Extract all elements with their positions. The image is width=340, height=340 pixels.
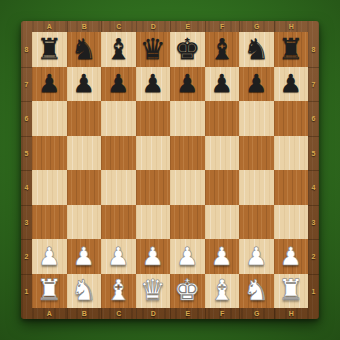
- white-pawn[interactable]: ♟: [38, 244, 60, 269]
- square-e8[interactable]: ♚: [170, 32, 205, 67]
- square-c2[interactable]: ♟: [101, 239, 136, 274]
- square-a2[interactable]: ♟: [32, 239, 67, 274]
- black-pawn[interactable]: ♟: [211, 71, 233, 96]
- black-pawn[interactable]: ♟: [73, 71, 95, 96]
- chess-board: ABCDEFGH ABCDEFGH 87654321 87654321 ♜♞♝♛…: [21, 21, 319, 319]
- white-knight[interactable]: ♞: [243, 276, 269, 305]
- square-h7[interactable]: ♟: [274, 67, 309, 102]
- square-h2[interactable]: ♟: [274, 239, 309, 274]
- white-pawn[interactable]: ♟: [142, 244, 164, 269]
- square-c8[interactable]: ♝: [101, 32, 136, 67]
- square-g5[interactable]: [239, 136, 274, 171]
- rank-label-1-right: 1: [308, 274, 319, 309]
- square-b8[interactable]: ♞: [67, 32, 102, 67]
- square-e7[interactable]: ♟: [170, 67, 205, 102]
- file-labels-top: ABCDEFGH: [32, 21, 308, 32]
- black-bishop[interactable]: ♝: [105, 35, 131, 64]
- black-pawn[interactable]: ♟: [245, 71, 267, 96]
- black-pawn[interactable]: ♟: [142, 71, 164, 96]
- square-h5[interactable]: [274, 136, 309, 171]
- white-queen[interactable]: ♛: [140, 276, 166, 305]
- square-c5[interactable]: [101, 136, 136, 171]
- square-e5[interactable]: [170, 136, 205, 171]
- square-a4[interactable]: [32, 170, 67, 205]
- square-f7[interactable]: ♟: [205, 67, 240, 102]
- square-b3[interactable]: [67, 205, 102, 240]
- rank-label-4-right: 4: [308, 170, 319, 205]
- rank-label-7-right: 7: [308, 67, 319, 102]
- white-bishop[interactable]: ♝: [209, 276, 235, 305]
- square-h6[interactable]: [274, 101, 309, 136]
- square-e3[interactable]: [170, 205, 205, 240]
- square-e6[interactable]: [170, 101, 205, 136]
- square-d5[interactable]: [136, 136, 171, 171]
- file-label-c-top: C: [101, 21, 136, 32]
- square-b2[interactable]: ♟: [67, 239, 102, 274]
- square-f6[interactable]: [205, 101, 240, 136]
- white-pawn[interactable]: ♟: [211, 244, 233, 269]
- square-e2[interactable]: ♟: [170, 239, 205, 274]
- square-c6[interactable]: [101, 101, 136, 136]
- squares-grid: ♜♞♝♛♚♝♞♜♟♟♟♟♟♟♟♟♟♟♟♟♟♟♟♟♜♞♝♛♚♝♞♜: [32, 32, 308, 308]
- rank-label-2-right: 2: [308, 239, 319, 274]
- file-label-a-bottom: A: [32, 308, 67, 319]
- square-g4[interactable]: [239, 170, 274, 205]
- square-c4[interactable]: [101, 170, 136, 205]
- square-f4[interactable]: [205, 170, 240, 205]
- black-knight[interactable]: ♞: [243, 35, 269, 64]
- square-h3[interactable]: [274, 205, 309, 240]
- black-pawn[interactable]: ♟: [107, 71, 129, 96]
- rank-label-5-right: 5: [308, 136, 319, 171]
- rank-label-3-left: 3: [21, 205, 32, 240]
- square-d4[interactable]: [136, 170, 171, 205]
- square-f3[interactable]: [205, 205, 240, 240]
- square-g3[interactable]: [239, 205, 274, 240]
- white-pawn[interactable]: ♟: [107, 244, 129, 269]
- square-d6[interactable]: [136, 101, 171, 136]
- white-pawn[interactable]: ♟: [280, 244, 302, 269]
- file-label-f-top: F: [205, 21, 240, 32]
- white-pawn[interactable]: ♟: [73, 244, 95, 269]
- square-a3[interactable]: [32, 205, 67, 240]
- file-label-b-bottom: B: [67, 308, 102, 319]
- square-f8[interactable]: ♝: [205, 32, 240, 67]
- white-pawn[interactable]: ♟: [176, 244, 198, 269]
- square-b4[interactable]: [67, 170, 102, 205]
- square-b5[interactable]: [67, 136, 102, 171]
- rank-label-6-right: 6: [308, 101, 319, 136]
- square-b1[interactable]: ♞: [67, 274, 102, 309]
- square-d8[interactable]: ♛: [136, 32, 171, 67]
- file-label-h-bottom: H: [274, 308, 309, 319]
- square-h4[interactable]: [274, 170, 309, 205]
- square-d3[interactable]: [136, 205, 171, 240]
- square-h1[interactable]: ♜: [274, 274, 309, 309]
- rank-label-8-left: 8: [21, 32, 32, 67]
- file-label-c-bottom: C: [101, 308, 136, 319]
- square-c1[interactable]: ♝: [101, 274, 136, 309]
- rank-label-3-right: 3: [308, 205, 319, 240]
- black-knight[interactable]: ♞: [71, 35, 97, 64]
- square-d1[interactable]: ♛: [136, 274, 171, 309]
- square-g8[interactable]: ♞: [239, 32, 274, 67]
- black-bishop[interactable]: ♝: [209, 35, 235, 64]
- square-d7[interactable]: ♟: [136, 67, 171, 102]
- black-pawn[interactable]: ♟: [38, 71, 60, 96]
- square-a6[interactable]: [32, 101, 67, 136]
- file-label-h-top: H: [274, 21, 309, 32]
- square-e4[interactable]: [170, 170, 205, 205]
- file-label-e-bottom: E: [170, 308, 205, 319]
- square-a8[interactable]: ♜: [32, 32, 67, 67]
- square-a5[interactable]: [32, 136, 67, 171]
- square-g2[interactable]: ♟: [239, 239, 274, 274]
- square-b6[interactable]: [67, 101, 102, 136]
- rank-label-6-left: 6: [21, 101, 32, 136]
- file-label-d-bottom: D: [136, 308, 171, 319]
- white-knight[interactable]: ♞: [71, 276, 97, 305]
- file-labels-bottom: ABCDEFGH: [32, 308, 308, 319]
- file-label-f-bottom: F: [205, 308, 240, 319]
- white-bishop[interactable]: ♝: [105, 276, 131, 305]
- white-rook[interactable]: ♜: [36, 276, 62, 305]
- square-f1[interactable]: ♝: [205, 274, 240, 309]
- file-label-g-top: G: [239, 21, 274, 32]
- black-pawn[interactable]: ♟: [280, 71, 302, 96]
- rank-label-8-right: 8: [308, 32, 319, 67]
- square-f5[interactable]: [205, 136, 240, 171]
- square-g1[interactable]: ♞: [239, 274, 274, 309]
- square-d2[interactable]: ♟: [136, 239, 171, 274]
- rank-label-4-left: 4: [21, 170, 32, 205]
- white-king[interactable]: ♚: [174, 276, 200, 305]
- black-pawn[interactable]: ♟: [176, 71, 198, 96]
- rank-labels-right: 87654321: [308, 32, 319, 308]
- rank-label-1-left: 1: [21, 274, 32, 309]
- square-g7[interactable]: ♟: [239, 67, 274, 102]
- file-label-g-bottom: G: [239, 308, 274, 319]
- file-label-a-top: A: [32, 21, 67, 32]
- square-c3[interactable]: [101, 205, 136, 240]
- square-a7[interactable]: ♟: [32, 67, 67, 102]
- square-f2[interactable]: ♟: [205, 239, 240, 274]
- file-label-e-top: E: [170, 21, 205, 32]
- square-h8[interactable]: ♜: [274, 32, 309, 67]
- square-c7[interactable]: ♟: [101, 67, 136, 102]
- file-label-b-top: B: [67, 21, 102, 32]
- rank-label-7-left: 7: [21, 67, 32, 102]
- rank-label-2-left: 2: [21, 239, 32, 274]
- black-rook[interactable]: ♜: [36, 35, 62, 64]
- rank-labels-left: 87654321: [21, 32, 32, 308]
- rank-label-5-left: 5: [21, 136, 32, 171]
- black-king[interactable]: ♚: [174, 35, 200, 64]
- black-queen[interactable]: ♛: [140, 35, 166, 64]
- square-e1[interactable]: ♚: [170, 274, 205, 309]
- square-g6[interactable]: [239, 101, 274, 136]
- file-label-d-top: D: [136, 21, 171, 32]
- white-pawn[interactable]: ♟: [245, 244, 267, 269]
- square-b7[interactable]: ♟: [67, 67, 102, 102]
- black-rook[interactable]: ♜: [278, 35, 304, 64]
- square-a1[interactable]: ♜: [32, 274, 67, 309]
- white-rook[interactable]: ♜: [278, 276, 304, 305]
